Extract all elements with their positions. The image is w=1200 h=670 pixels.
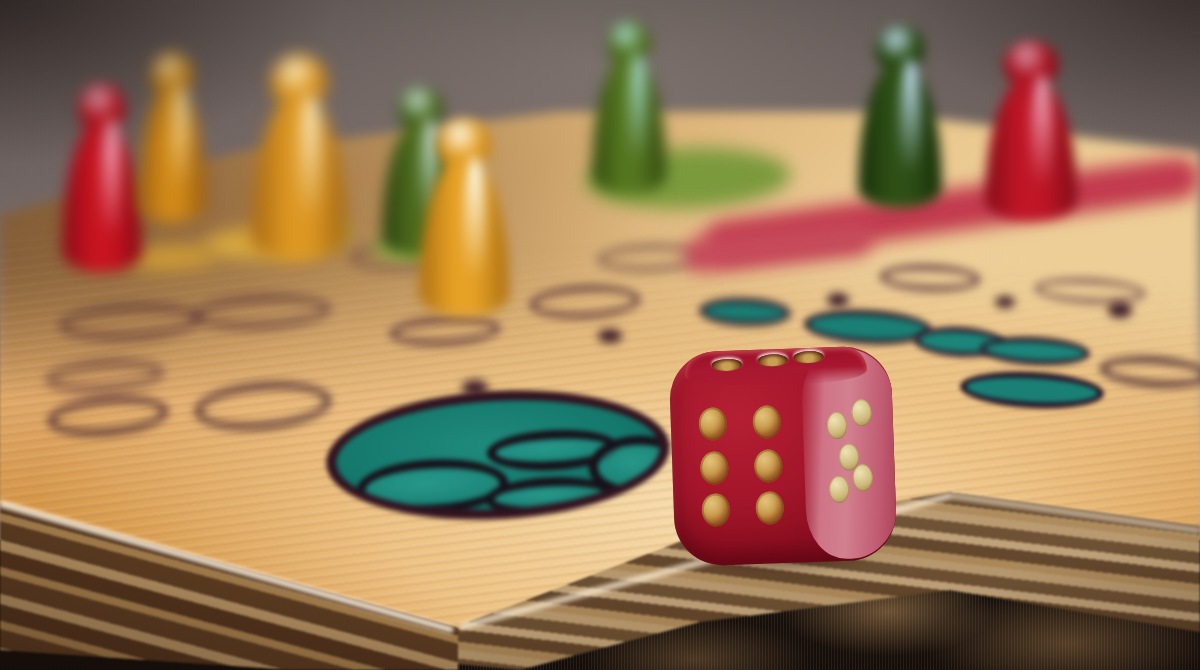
red-die-showing-six xyxy=(668,345,897,567)
red-pawn-right xyxy=(980,38,1082,220)
die-body xyxy=(668,345,897,567)
die-pip-front xyxy=(698,406,727,440)
die-pip-front xyxy=(752,405,781,439)
green-pawn-right xyxy=(853,22,947,208)
pawn-highlight xyxy=(464,156,486,300)
yellow-pawn-center xyxy=(414,116,514,316)
yellow-pawn-back-left xyxy=(134,50,210,222)
die-pip-front xyxy=(755,491,784,525)
green-pawn-center-top xyxy=(588,18,670,194)
pawns-layer xyxy=(0,0,1200,670)
ludo-board-photo xyxy=(0,0,1200,670)
yellow-pawn-left xyxy=(246,52,352,260)
pawn-highlight xyxy=(900,59,921,193)
pawn-highlight xyxy=(172,84,189,208)
die-pip-front xyxy=(700,450,729,484)
die-pip-front xyxy=(754,449,783,483)
pawn-highlight xyxy=(629,53,647,180)
red-pawn-back-left xyxy=(58,80,146,272)
die-pip-front xyxy=(701,492,730,526)
